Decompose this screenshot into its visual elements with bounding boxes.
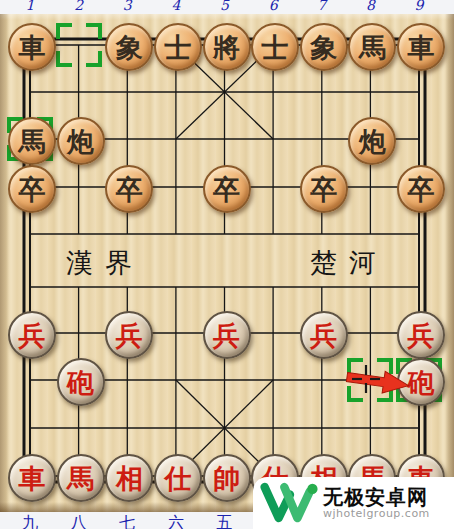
column-label: 8 bbox=[366, 0, 375, 12]
piece-red-帥[interactable]: 帥 bbox=[203, 454, 251, 502]
piece-black-象[interactable]: 象 bbox=[105, 23, 153, 71]
column-label: 6 bbox=[269, 0, 278, 12]
watermark-site-url: wjhotelgroup.com bbox=[323, 508, 430, 520]
piece-black-士[interactable]: 士 bbox=[251, 23, 299, 71]
column-label: 五 bbox=[217, 515, 233, 529]
watermark-card: 无极安卓网 wjhotelgroup.com bbox=[253, 477, 454, 529]
piece-black-卒[interactable]: 卒 bbox=[105, 165, 153, 213]
column-labels-top: 123456789 bbox=[0, 0, 454, 14]
column-label: 七 bbox=[119, 515, 135, 529]
column-label: 3 bbox=[123, 0, 132, 12]
piece-black-卒[interactable]: 卒 bbox=[8, 165, 56, 213]
piece-red-兵[interactable]: 兵 bbox=[105, 311, 153, 359]
piece-red-兵[interactable]: 兵 bbox=[397, 311, 445, 359]
piece-red-砲[interactable]: 砲 bbox=[397, 358, 445, 406]
move-marker-bracket bbox=[56, 23, 102, 67]
column-label: 六 bbox=[168, 515, 184, 529]
piece-black-士[interactable]: 士 bbox=[154, 23, 202, 71]
piece-red-兵[interactable]: 兵 bbox=[300, 311, 348, 359]
column-label: 1 bbox=[26, 0, 35, 12]
piece-black-象[interactable]: 象 bbox=[300, 23, 348, 71]
xiangqi-game-screen: 123456789 漢界 楚河 車象士將士象馬車馬炮炮卒卒卒卒卒兵兵兵兵兵砲砲車… bbox=[0, 0, 454, 529]
piece-black-卒[interactable]: 卒 bbox=[203, 165, 251, 213]
piece-red-車[interactable]: 車 bbox=[8, 454, 56, 502]
column-label: 4 bbox=[171, 0, 180, 12]
river-label-left: 漢界 bbox=[66, 249, 144, 276]
piece-red-砲[interactable]: 砲 bbox=[57, 358, 105, 406]
column-label: 9 bbox=[415, 0, 424, 12]
column-label: 九 bbox=[22, 515, 38, 529]
column-label: 2 bbox=[74, 0, 83, 12]
piece-black-馬[interactable]: 馬 bbox=[8, 117, 56, 165]
piece-red-馬[interactable]: 馬 bbox=[57, 454, 105, 502]
piece-black-炮[interactable]: 炮 bbox=[57, 117, 105, 165]
piece-red-仕[interactable]: 仕 bbox=[154, 454, 202, 502]
move-marker-bracket bbox=[347, 358, 393, 402]
piece-black-將[interactable]: 將 bbox=[203, 23, 251, 71]
piece-red-相[interactable]: 相 bbox=[105, 454, 153, 502]
piece-black-車[interactable]: 車 bbox=[397, 23, 445, 71]
river-label-right: 楚河 bbox=[310, 249, 388, 276]
column-label: 7 bbox=[317, 0, 326, 12]
piece-black-卒[interactable]: 卒 bbox=[300, 165, 348, 213]
column-label: 5 bbox=[220, 0, 229, 12]
watermark-logo-icon bbox=[259, 480, 319, 526]
piece-black-卒[interactable]: 卒 bbox=[397, 165, 445, 213]
watermark-site-name: 无极安卓网 bbox=[323, 487, 430, 508]
piece-red-兵[interactable]: 兵 bbox=[8, 311, 56, 359]
column-label: 八 bbox=[71, 515, 87, 529]
piece-black-車[interactable]: 車 bbox=[8, 23, 56, 71]
piece-red-兵[interactable]: 兵 bbox=[203, 311, 251, 359]
